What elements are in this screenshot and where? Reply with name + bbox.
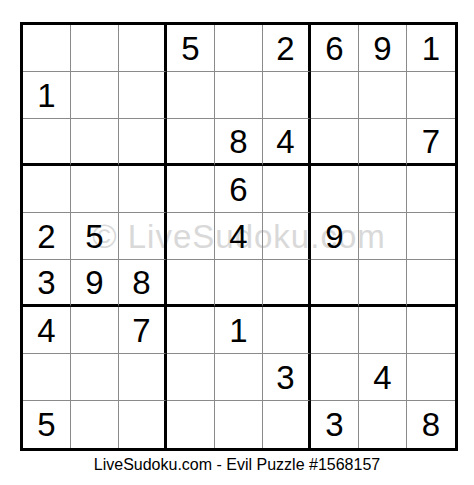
cell-r7c2[interactable]	[71, 307, 119, 354]
sudoku-page: © LiveSudoku.com 52691184762549398471345…	[0, 0, 474, 485]
cell-r2c3[interactable]	[119, 72, 167, 119]
cell-r6c6[interactable]	[263, 260, 311, 307]
cell-r4c4[interactable]	[167, 166, 215, 213]
cell-r8c4[interactable]	[167, 354, 215, 401]
cell-r3c5[interactable]: 8	[215, 119, 263, 166]
cell-r3c3[interactable]	[119, 119, 167, 166]
sudoku-board: 5269118476254939847134538	[20, 22, 458, 451]
cell-r5c1[interactable]: 2	[23, 213, 71, 260]
cell-r1c1[interactable]	[23, 25, 71, 72]
cell-r2c7[interactable]	[311, 72, 359, 119]
cell-r7c4[interactable]	[167, 307, 215, 354]
cell-r5c8[interactable]	[359, 213, 407, 260]
cell-r3c9[interactable]: 7	[407, 119, 455, 166]
cell-r5c5[interactable]: 4	[215, 213, 263, 260]
cell-r6c3[interactable]: 8	[119, 260, 167, 307]
cell-r9c8[interactable]	[359, 401, 407, 448]
cell-r2c4[interactable]	[167, 72, 215, 119]
cell-r9c1[interactable]: 5	[23, 401, 71, 448]
cell-r5c7[interactable]: 9	[311, 213, 359, 260]
cell-r4c6[interactable]	[263, 166, 311, 213]
cell-r6c5[interactable]	[215, 260, 263, 307]
cell-r6c2[interactable]: 9	[71, 260, 119, 307]
cell-r1c8[interactable]: 9	[359, 25, 407, 72]
cell-r8c5[interactable]	[215, 354, 263, 401]
cell-r6c9[interactable]	[407, 260, 455, 307]
cell-r8c9[interactable]	[407, 354, 455, 401]
cell-r8c2[interactable]	[71, 354, 119, 401]
cell-r7c7[interactable]	[311, 307, 359, 354]
cell-r8c7[interactable]	[311, 354, 359, 401]
cell-r9c2[interactable]	[71, 401, 119, 448]
cell-r9c7[interactable]: 3	[311, 401, 359, 448]
cell-r1c5[interactable]	[215, 25, 263, 72]
cell-r7c9[interactable]	[407, 307, 455, 354]
cell-r5c9[interactable]	[407, 213, 455, 260]
cell-r4c3[interactable]	[119, 166, 167, 213]
cell-r6c7[interactable]	[311, 260, 359, 307]
cell-r3c2[interactable]	[71, 119, 119, 166]
cell-r1c6[interactable]: 2	[263, 25, 311, 72]
cell-r7c6[interactable]	[263, 307, 311, 354]
cell-r3c6[interactable]: 4	[263, 119, 311, 166]
cell-r4c5[interactable]: 6	[215, 166, 263, 213]
cell-r5c2[interactable]: 5	[71, 213, 119, 260]
cell-r2c2[interactable]	[71, 72, 119, 119]
cell-r5c3[interactable]	[119, 213, 167, 260]
cell-r9c3[interactable]	[119, 401, 167, 448]
cell-r8c6[interactable]: 3	[263, 354, 311, 401]
cell-r8c1[interactable]	[23, 354, 71, 401]
puzzle-caption: LiveSudoku.com - Evil Puzzle #1568157	[0, 456, 474, 474]
cell-r1c9[interactable]: 1	[407, 25, 455, 72]
cell-r9c4[interactable]	[167, 401, 215, 448]
cell-r9c9[interactable]: 8	[407, 401, 455, 448]
cell-r5c6[interactable]	[263, 213, 311, 260]
cell-r8c3[interactable]	[119, 354, 167, 401]
cell-r7c5[interactable]: 1	[215, 307, 263, 354]
cell-r4c7[interactable]	[311, 166, 359, 213]
cell-r2c9[interactable]	[407, 72, 455, 119]
cell-r2c6[interactable]	[263, 72, 311, 119]
cell-r7c1[interactable]: 4	[23, 307, 71, 354]
cell-r3c4[interactable]	[167, 119, 215, 166]
cell-r1c3[interactable]	[119, 25, 167, 72]
cell-r3c8[interactable]	[359, 119, 407, 166]
cell-r2c1[interactable]: 1	[23, 72, 71, 119]
cell-r3c1[interactable]	[23, 119, 71, 166]
sudoku-board-area: © LiveSudoku.com 52691184762549398471345…	[20, 22, 458, 451]
cell-r1c2[interactable]	[71, 25, 119, 72]
cell-r6c8[interactable]	[359, 260, 407, 307]
cell-r6c1[interactable]: 3	[23, 260, 71, 307]
cell-r8c8[interactable]: 4	[359, 354, 407, 401]
cell-r9c5[interactable]	[215, 401, 263, 448]
cell-r1c4[interactable]: 5	[167, 25, 215, 72]
cell-r5c4[interactable]	[167, 213, 215, 260]
cell-r9c6[interactable]	[263, 401, 311, 448]
cell-r4c8[interactable]	[359, 166, 407, 213]
cell-r2c8[interactable]	[359, 72, 407, 119]
cell-r4c9[interactable]	[407, 166, 455, 213]
cell-r2c5[interactable]	[215, 72, 263, 119]
cell-r7c8[interactable]	[359, 307, 407, 354]
cell-r1c7[interactable]: 6	[311, 25, 359, 72]
cell-r6c4[interactable]	[167, 260, 215, 307]
cell-r7c3[interactable]: 7	[119, 307, 167, 354]
cell-r4c1[interactable]	[23, 166, 71, 213]
cell-r3c7[interactable]	[311, 119, 359, 166]
cell-r4c2[interactable]	[71, 166, 119, 213]
